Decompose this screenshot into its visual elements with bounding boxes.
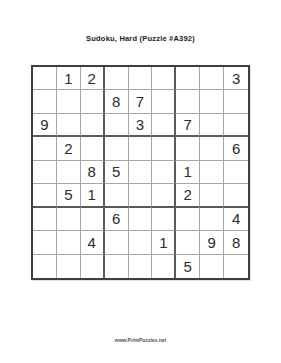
cell-r2c6[interactable] [152, 90, 176, 113]
cell-r9c2[interactable] [57, 255, 81, 278]
cell-r4c3[interactable] [81, 137, 105, 160]
cell-r7c2[interactable] [57, 208, 81, 231]
cell-r7c5[interactable] [129, 208, 153, 231]
cell-r2c5: 7 [129, 90, 153, 113]
cell-r2c8[interactable] [200, 90, 224, 113]
cell-r3c4[interactable] [105, 114, 129, 137]
cell-r4c5[interactable] [129, 137, 153, 160]
cell-r3c3[interactable] [81, 114, 105, 137]
cell-r5c4: 5 [105, 161, 129, 184]
cell-r5c7: 1 [176, 161, 200, 184]
cell-r9c1[interactable] [33, 255, 57, 278]
cell-r3c1: 9 [33, 114, 57, 137]
cell-r5c5[interactable] [129, 161, 153, 184]
cell-r5c3: 8 [81, 161, 105, 184]
cell-r9c6[interactable] [152, 255, 176, 278]
cell-r8c8: 9 [200, 231, 224, 254]
cell-r3c5: 3 [129, 114, 153, 137]
cell-r7c8[interactable] [200, 208, 224, 231]
cell-r7c9: 4 [224, 208, 248, 231]
cell-r1c3: 2 [81, 67, 105, 90]
cell-r9c7: 5 [176, 255, 200, 278]
cell-r4c2: 2 [57, 137, 81, 160]
cell-r6c7: 2 [176, 184, 200, 207]
cell-r7c3[interactable] [81, 208, 105, 231]
cell-r7c6[interactable] [152, 208, 176, 231]
cell-r6c8[interactable] [200, 184, 224, 207]
sudoku-board: 12387937268515126441985 [31, 65, 250, 280]
cell-r1c8[interactable] [200, 67, 224, 90]
cell-r3c7: 7 [176, 114, 200, 137]
cell-r2c3[interactable] [81, 90, 105, 113]
cell-r8c6: 1 [152, 231, 176, 254]
cell-r9c8[interactable] [200, 255, 224, 278]
cell-r7c1[interactable] [33, 208, 57, 231]
cell-r4c9: 6 [224, 137, 248, 160]
cell-r6c2: 5 [57, 184, 81, 207]
cell-r3c9[interactable] [224, 114, 248, 137]
cell-r6c3: 1 [81, 184, 105, 207]
cell-r8c2[interactable] [57, 231, 81, 254]
cell-r5c9[interactable] [224, 161, 248, 184]
cell-r4c6[interactable] [152, 137, 176, 160]
cell-r4c8[interactable] [200, 137, 224, 160]
cell-r4c4[interactable] [105, 137, 129, 160]
cell-r8c9: 8 [224, 231, 248, 254]
cell-r3c8[interactable] [200, 114, 224, 137]
footer-url: www.PrintPuzzles.net [0, 337, 281, 343]
cell-r9c9[interactable] [224, 255, 248, 278]
cell-r6c1[interactable] [33, 184, 57, 207]
cell-r1c4[interactable] [105, 67, 129, 90]
cell-r8c1[interactable] [33, 231, 57, 254]
cell-r7c7[interactable] [176, 208, 200, 231]
cell-r7c4: 6 [105, 208, 129, 231]
cell-r6c9[interactable] [224, 184, 248, 207]
cell-r6c5[interactable] [129, 184, 153, 207]
cell-r8c4[interactable] [105, 231, 129, 254]
cell-r6c6[interactable] [152, 184, 176, 207]
cell-r4c1[interactable] [33, 137, 57, 160]
cell-r9c5[interactable] [129, 255, 153, 278]
cell-r2c4: 8 [105, 90, 129, 113]
cell-r1c7[interactable] [176, 67, 200, 90]
cell-r2c9[interactable] [224, 90, 248, 113]
cell-r2c2[interactable] [57, 90, 81, 113]
cell-r5c1[interactable] [33, 161, 57, 184]
cell-r2c7[interactable] [176, 90, 200, 113]
cell-r9c4[interactable] [105, 255, 129, 278]
cell-r6c4[interactable] [105, 184, 129, 207]
cell-r5c6[interactable] [152, 161, 176, 184]
cell-r1c1[interactable] [33, 67, 57, 90]
cell-r1c6[interactable] [152, 67, 176, 90]
sudoku-page: Sudoku, Hard (Puzzle #A392) 123879372685… [0, 0, 281, 363]
cell-r1c2: 1 [57, 67, 81, 90]
cell-r1c9: 3 [224, 67, 248, 90]
cell-r2c1[interactable] [33, 90, 57, 113]
cell-r3c2[interactable] [57, 114, 81, 137]
cell-r5c2[interactable] [57, 161, 81, 184]
cell-r1c5[interactable] [129, 67, 153, 90]
cell-r9c3[interactable] [81, 255, 105, 278]
cell-r4c7[interactable] [176, 137, 200, 160]
puzzle-title: Sudoku, Hard (Puzzle #A392) [0, 34, 281, 43]
cell-r8c5[interactable] [129, 231, 153, 254]
cell-r3c6[interactable] [152, 114, 176, 137]
cell-r8c3: 4 [81, 231, 105, 254]
cell-r5c8[interactable] [200, 161, 224, 184]
cell-r8c7[interactable] [176, 231, 200, 254]
